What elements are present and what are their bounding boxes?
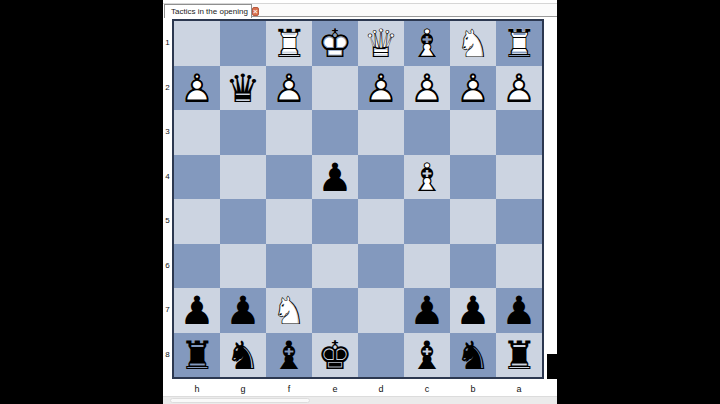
square-c1[interactable]: ♝♗ bbox=[404, 21, 450, 66]
black-rook-h8[interactable]: ♜ bbox=[174, 333, 220, 378]
piece-outline: ♙ bbox=[496, 66, 542, 111]
rank-label-2: 2 bbox=[163, 66, 172, 111]
piece-fill: ♞ bbox=[450, 333, 496, 378]
piece-fill: ♝ bbox=[404, 333, 450, 378]
white-pawn-b2[interactable]: ♟♙ bbox=[450, 66, 496, 111]
rank-label-6: 6 bbox=[163, 244, 172, 289]
letterbox-left bbox=[0, 0, 163, 404]
rank-label-1: 1 bbox=[163, 21, 172, 66]
black-pawn-g7[interactable]: ♟ bbox=[220, 288, 266, 333]
square-a6[interactable] bbox=[496, 244, 542, 289]
piece-fill: ♟ bbox=[450, 288, 496, 333]
file-label-g: g bbox=[220, 382, 266, 396]
square-b6[interactable] bbox=[450, 244, 496, 289]
square-f8[interactable]: ♝ bbox=[266, 333, 312, 378]
white-pawn-a2[interactable]: ♟♙ bbox=[496, 66, 542, 111]
file-label-b: b bbox=[450, 382, 496, 396]
square-h6[interactable] bbox=[174, 244, 220, 289]
black-rook-a8[interactable]: ♜ bbox=[496, 333, 542, 378]
board-corner-block bbox=[547, 354, 557, 379]
piece-outline: ♖ bbox=[496, 21, 542, 66]
square-e2[interactable] bbox=[312, 66, 358, 111]
square-h8[interactable]: ♜ bbox=[174, 333, 220, 378]
square-d1[interactable]: ♛♕ bbox=[358, 21, 404, 66]
square-d5[interactable] bbox=[358, 199, 404, 244]
piece-outline: ♙ bbox=[266, 66, 312, 111]
piece-outline: ♙ bbox=[404, 66, 450, 111]
square-a4[interactable] bbox=[496, 155, 542, 200]
square-e6[interactable] bbox=[312, 244, 358, 289]
square-d2[interactable]: ♟♙ bbox=[358, 66, 404, 111]
square-g3[interactable] bbox=[220, 110, 266, 155]
close-icon[interactable]: × bbox=[252, 7, 259, 16]
piece-fill: ♜ bbox=[174, 333, 220, 378]
black-knight-g8[interactable]: ♞ bbox=[220, 333, 266, 378]
square-a8[interactable]: ♜ bbox=[496, 333, 542, 378]
square-g7[interactable]: ♟ bbox=[220, 288, 266, 333]
rank-labels: 12345678 bbox=[163, 21, 172, 377]
white-queen-d1[interactable]: ♛♕ bbox=[358, 21, 404, 66]
square-e5[interactable] bbox=[312, 199, 358, 244]
square-h2[interactable]: ♟♙ bbox=[174, 66, 220, 111]
square-b4[interactable] bbox=[450, 155, 496, 200]
black-pawn-c7[interactable]: ♟ bbox=[404, 288, 450, 333]
white-pawn-h2[interactable]: ♟♙ bbox=[174, 66, 220, 111]
black-king-e8[interactable]: ♚ bbox=[312, 333, 358, 378]
square-b8[interactable]: ♞ bbox=[450, 333, 496, 378]
square-g5[interactable] bbox=[220, 199, 266, 244]
square-c3[interactable] bbox=[404, 110, 450, 155]
square-d3[interactable] bbox=[358, 110, 404, 155]
file-label-a: a bbox=[496, 382, 542, 396]
white-bishop-c1[interactable]: ♝♗ bbox=[404, 21, 450, 66]
tab-tactics-in-the-opening[interactable]: Tactics in the opening × bbox=[164, 4, 252, 18]
square-f4[interactable] bbox=[266, 155, 312, 200]
square-c5[interactable] bbox=[404, 199, 450, 244]
white-king-e1[interactable]: ♚♔ bbox=[312, 21, 358, 66]
square-g6[interactable] bbox=[220, 244, 266, 289]
piece-fill: ♜ bbox=[496, 333, 542, 378]
square-h5[interactable] bbox=[174, 199, 220, 244]
square-e8[interactable]: ♚ bbox=[312, 333, 358, 378]
square-h3[interactable] bbox=[174, 110, 220, 155]
piece-outline: ♙ bbox=[358, 66, 404, 111]
piece-fill: ♛ bbox=[220, 66, 266, 111]
square-f3[interactable] bbox=[266, 110, 312, 155]
file-label-c: c bbox=[404, 382, 450, 396]
board-area: 12345678 ♜♖♚♔♛♕♝♗♞♘♜♖♟♙♛♟♙♟♙♟♙♟♙♟♙♟♝♗♟♟♞… bbox=[163, 19, 557, 404]
square-g4[interactable] bbox=[220, 155, 266, 200]
square-a7[interactable]: ♟ bbox=[496, 288, 542, 333]
black-pawn-e4[interactable]: ♟ bbox=[312, 155, 358, 200]
rank-label-7: 7 bbox=[163, 288, 172, 333]
scrollbar-thumb[interactable] bbox=[170, 398, 310, 403]
square-b1[interactable]: ♞♘ bbox=[450, 21, 496, 66]
square-h1[interactable] bbox=[174, 21, 220, 66]
square-d7[interactable] bbox=[358, 288, 404, 333]
piece-outline: ♗ bbox=[404, 21, 450, 66]
app-window: Tactics in the opening × 12345678 ♜♖♚♔♛♕… bbox=[163, 0, 557, 404]
white-knight-f7[interactable]: ♞♘ bbox=[266, 288, 312, 333]
square-d8[interactable] bbox=[358, 333, 404, 378]
tab-bar: Tactics in the opening × bbox=[163, 3, 557, 17]
file-label-h: h bbox=[174, 382, 220, 396]
black-pawn-a7[interactable]: ♟ bbox=[496, 288, 542, 333]
piece-fill: ♟ bbox=[220, 288, 266, 333]
rank-label-5: 5 bbox=[163, 199, 172, 244]
piece-outline: ♘ bbox=[450, 21, 496, 66]
square-f5[interactable] bbox=[266, 199, 312, 244]
square-c4[interactable]: ♝♗ bbox=[404, 155, 450, 200]
white-knight-b1[interactable]: ♞♘ bbox=[450, 21, 496, 66]
square-f1[interactable]: ♜♖ bbox=[266, 21, 312, 66]
square-b5[interactable] bbox=[450, 199, 496, 244]
white-pawn-d2[interactable]: ♟♙ bbox=[358, 66, 404, 111]
piece-fill: ♟ bbox=[404, 288, 450, 333]
file-label-e: e bbox=[312, 382, 358, 396]
chess-board[interactable]: ♜♖♚♔♛♕♝♗♞♘♜♖♟♙♛♟♙♟♙♟♙♟♙♟♙♟♝♗♟♟♞♘♟♟♟♜♞♝♚♝… bbox=[172, 19, 544, 379]
white-rook-f1[interactable]: ♜♖ bbox=[266, 21, 312, 66]
square-b2[interactable]: ♟♙ bbox=[450, 66, 496, 111]
square-e1[interactable]: ♚♔ bbox=[312, 21, 358, 66]
square-c7[interactable]: ♟ bbox=[404, 288, 450, 333]
square-e4[interactable]: ♟ bbox=[312, 155, 358, 200]
piece-outline: ♗ bbox=[404, 155, 450, 200]
white-bishop-c4[interactable]: ♝♗ bbox=[404, 155, 450, 200]
piece-fill: ♟ bbox=[312, 155, 358, 200]
piece-fill: ♟ bbox=[496, 288, 542, 333]
square-d6[interactable] bbox=[358, 244, 404, 289]
square-e7[interactable] bbox=[312, 288, 358, 333]
letterbox-right bbox=[557, 0, 720, 404]
square-c8[interactable]: ♝ bbox=[404, 333, 450, 378]
square-d4[interactable] bbox=[358, 155, 404, 200]
black-pawn-b7[interactable]: ♟ bbox=[450, 288, 496, 333]
square-a3[interactable] bbox=[496, 110, 542, 155]
square-g1[interactable] bbox=[220, 21, 266, 66]
square-f6[interactable] bbox=[266, 244, 312, 289]
square-c6[interactable] bbox=[404, 244, 450, 289]
square-b7[interactable]: ♟ bbox=[450, 288, 496, 333]
piece-outline: ♖ bbox=[266, 21, 312, 66]
file-label-d: d bbox=[358, 382, 404, 396]
black-pawn-h7[interactable]: ♟ bbox=[174, 288, 220, 333]
square-g2[interactable]: ♛ bbox=[220, 66, 266, 111]
black-queen-g2[interactable]: ♛ bbox=[220, 66, 266, 111]
tab-bar-empty-area bbox=[252, 4, 557, 17]
piece-fill: ♚ bbox=[312, 333, 358, 378]
piece-outline: ♙ bbox=[450, 66, 496, 111]
black-knight-b8[interactable]: ♞ bbox=[450, 333, 496, 378]
piece-fill: ♟ bbox=[174, 288, 220, 333]
rank-label-4: 4 bbox=[163, 155, 172, 200]
black-bishop-f8[interactable]: ♝ bbox=[266, 333, 312, 378]
square-g8[interactable]: ♞ bbox=[220, 333, 266, 378]
rank-label-3: 3 bbox=[163, 110, 172, 155]
square-f2[interactable]: ♟♙ bbox=[266, 66, 312, 111]
file-label-f: f bbox=[266, 382, 312, 396]
square-c2[interactable]: ♟♙ bbox=[404, 66, 450, 111]
square-b3[interactable] bbox=[450, 110, 496, 155]
square-a2[interactable]: ♟♙ bbox=[496, 66, 542, 111]
piece-fill: ♞ bbox=[220, 333, 266, 378]
square-a5[interactable] bbox=[496, 199, 542, 244]
tab-label: Tactics in the opening bbox=[171, 7, 248, 16]
rank-label-8: 8 bbox=[163, 333, 172, 378]
white-rook-a1[interactable]: ♜♖ bbox=[496, 21, 542, 66]
square-a1[interactable]: ♜♖ bbox=[496, 21, 542, 66]
piece-fill: ♝ bbox=[266, 333, 312, 378]
white-pawn-c2[interactable]: ♟♙ bbox=[404, 66, 450, 111]
square-h4[interactable] bbox=[174, 155, 220, 200]
white-pawn-f2[interactable]: ♟♙ bbox=[266, 66, 312, 111]
square-e3[interactable] bbox=[312, 110, 358, 155]
piece-outline: ♕ bbox=[358, 21, 404, 66]
piece-outline: ♙ bbox=[174, 66, 220, 111]
bottom-scrollbar bbox=[163, 396, 557, 404]
file-labels: hgfedcba bbox=[174, 382, 542, 396]
piece-outline: ♘ bbox=[266, 288, 312, 333]
video-frame: Tactics in the opening × 12345678 ♜♖♚♔♛♕… bbox=[0, 0, 720, 404]
black-bishop-c8[interactable]: ♝ bbox=[404, 333, 450, 378]
piece-outline: ♔ bbox=[312, 21, 358, 66]
square-f7[interactable]: ♞♘ bbox=[266, 288, 312, 333]
square-h7[interactable]: ♟ bbox=[174, 288, 220, 333]
